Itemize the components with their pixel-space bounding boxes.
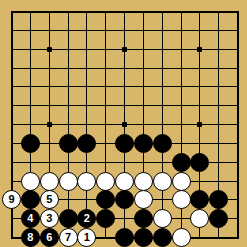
stone-white-9-10[interactable] bbox=[172, 190, 191, 209]
star-point bbox=[47, 47, 52, 52]
stone-black-8-12[interactable] bbox=[153, 228, 172, 247]
stone-white-1-9[interactable] bbox=[21, 172, 40, 191]
stone-black-11-10[interactable] bbox=[209, 190, 228, 209]
stone-black-6-10[interactable] bbox=[115, 190, 134, 209]
stone-white-7-9[interactable] bbox=[134, 172, 153, 191]
stone-black-10-10[interactable] bbox=[190, 190, 209, 209]
stone-black-5-10[interactable] bbox=[96, 190, 115, 209]
stone-black-5-11[interactable] bbox=[96, 209, 115, 228]
stone-white-move-3[interactable]: 3 bbox=[40, 209, 59, 228]
stone-black-6-7[interactable] bbox=[115, 134, 134, 153]
stone-white-move-9[interactable]: 9 bbox=[2, 190, 21, 209]
star-point bbox=[122, 122, 127, 127]
move-number-label: 5 bbox=[46, 194, 52, 205]
stone-white-move-1[interactable]: 1 bbox=[77, 228, 96, 247]
move-number-label: 8 bbox=[27, 232, 33, 243]
stone-white-8-11[interactable] bbox=[153, 209, 172, 228]
stone-black-7-12[interactable] bbox=[134, 228, 153, 247]
stone-black-move-4[interactable]: 4 bbox=[21, 209, 40, 228]
stone-black-6-12[interactable] bbox=[115, 228, 134, 247]
stone-black-4-7[interactable] bbox=[77, 134, 96, 153]
move-number-label: 6 bbox=[46, 232, 52, 243]
stone-black-move-6[interactable]: 6 bbox=[40, 228, 59, 247]
stone-white-9-12[interactable] bbox=[172, 228, 191, 247]
move-number-label: 9 bbox=[8, 194, 14, 205]
move-number-label: 7 bbox=[65, 232, 71, 243]
stone-black-7-7[interactable] bbox=[134, 134, 153, 153]
stone-black-3-11[interactable] bbox=[59, 209, 78, 228]
stone-black-1-7[interactable] bbox=[21, 134, 40, 153]
stone-white-10-11[interactable] bbox=[190, 209, 209, 228]
go-diagram: 954328671 bbox=[0, 0, 247, 247]
stone-black-9-8[interactable] bbox=[172, 153, 191, 172]
stone-white-8-9[interactable] bbox=[153, 172, 172, 191]
stone-black-11-11[interactable] bbox=[209, 209, 228, 228]
stone-white-7-10[interactable] bbox=[134, 190, 153, 209]
star-point bbox=[47, 122, 52, 127]
star-point bbox=[197, 122, 202, 127]
stone-black-10-8[interactable] bbox=[190, 153, 209, 172]
stone-white-9-9[interactable] bbox=[172, 172, 191, 191]
stone-white-4-9[interactable] bbox=[77, 172, 96, 191]
stone-white-3-9[interactable] bbox=[59, 172, 78, 191]
stone-black-1-10[interactable] bbox=[21, 190, 40, 209]
grid-line-vertical bbox=[237, 11, 239, 239]
stone-black-move-8[interactable]: 8 bbox=[21, 228, 40, 247]
stone-white-2-9[interactable] bbox=[40, 172, 59, 191]
stone-black-3-7[interactable] bbox=[59, 134, 78, 153]
move-number-label: 2 bbox=[84, 213, 90, 224]
stone-white-move-7[interactable]: 7 bbox=[59, 228, 78, 247]
move-number-label: 3 bbox=[46, 213, 52, 224]
move-number-label: 1 bbox=[84, 232, 90, 243]
stone-white-6-9[interactable] bbox=[115, 172, 134, 191]
star-point bbox=[122, 47, 127, 52]
stone-black-7-11[interactable] bbox=[134, 209, 153, 228]
stone-white-5-9[interactable] bbox=[96, 172, 115, 191]
go-board[interactable]: 954328671 bbox=[0, 0, 247, 247]
grid-line-vertical bbox=[162, 11, 163, 239]
stone-white-move-5[interactable]: 5 bbox=[40, 190, 59, 209]
move-number-label: 4 bbox=[27, 213, 33, 224]
star-point bbox=[197, 47, 202, 52]
stone-black-8-7[interactable] bbox=[153, 134, 172, 153]
stone-black-move-2[interactable]: 2 bbox=[77, 209, 96, 228]
